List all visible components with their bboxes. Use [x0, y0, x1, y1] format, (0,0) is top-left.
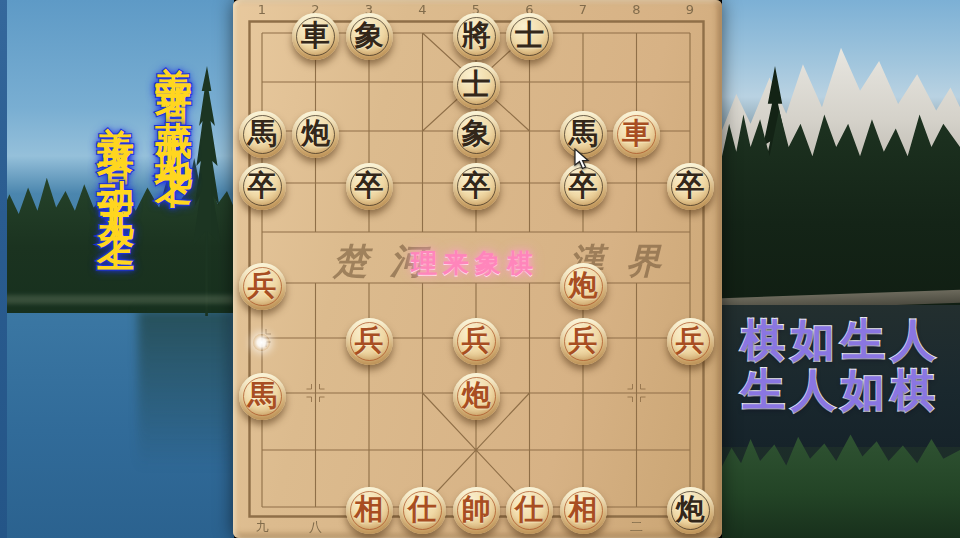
quote-text: 动于九天之上 [94, 151, 138, 217]
piece-glyph: 帥 [462, 495, 491, 524]
piece-glyph: 相 [355, 495, 384, 524]
mouse-cursor [574, 148, 592, 172]
piece-red-elephant[interactable]: 相 [346, 487, 393, 534]
piece-black-horse[interactable]: 馬 [239, 111, 286, 158]
piece-glyph: 兵 [248, 271, 277, 300]
piece-glyph: 仕 [515, 495, 544, 524]
piece-glyph: 卒 [676, 171, 705, 200]
piece-glyph: 卒 [355, 171, 384, 200]
piece-glyph: 相 [569, 495, 598, 524]
piece-black-soldier[interactable]: 卒 [453, 163, 500, 210]
piece-glyph: 馬 [248, 381, 277, 410]
piece-glyph: 卒 [462, 171, 491, 200]
xiangqi-board[interactable]: 楚河 理来象棋 漢界 123456789 九八七六五四三二一 車象將士士馬炮象馬… [233, 0, 722, 538]
piece-glyph: 炮 [301, 119, 330, 148]
file-label-top: 4 [412, 2, 434, 17]
piece-glyph: 馬 [569, 119, 598, 148]
lake-shoreline [0, 295, 234, 304]
piece-glyph: 象 [462, 119, 491, 148]
piece-glyph: 炮 [569, 271, 598, 300]
piece-red-soldier[interactable]: 兵 [560, 318, 607, 365]
piece-black-elephant[interactable]: 象 [453, 111, 500, 158]
left-edge-stripe [0, 0, 7, 538]
quote-text: 善守者 [152, 36, 196, 91]
piece-red-soldier[interactable]: 兵 [453, 318, 500, 365]
file-label-bottom: 九 [251, 518, 273, 536]
app-watermark: 理来象棋 [411, 246, 539, 281]
piece-red-soldier[interactable]: 兵 [346, 318, 393, 365]
file-label-top: 7 [572, 2, 594, 17]
piece-red-horse[interactable]: 馬 [239, 373, 286, 420]
piece-red-cannon[interactable]: 炮 [560, 263, 607, 310]
background-photo-right [722, 0, 960, 538]
left-quote-column-2: 善攻者动于九天之上 [91, 96, 141, 217]
xiangqi-app-screen: 楚河 理来象棋 漢界 123456789 九八七六五四三二一 車象將士士馬炮象馬… [0, 0, 960, 538]
piece-black-advisor[interactable]: 士 [453, 62, 500, 109]
piece-red-elephant[interactable]: 相 [560, 487, 607, 534]
piece-glyph: 兵 [462, 326, 491, 355]
piece-glyph: 炮 [676, 495, 705, 524]
piece-glyph: 兵 [676, 326, 705, 355]
piece-black-soldier[interactable]: 卒 [667, 163, 714, 210]
piece-red-cannon[interactable]: 炮 [453, 373, 500, 420]
piece-glyph: 兵 [355, 326, 384, 355]
file-label-top: 9 [679, 2, 701, 17]
piece-glyph: 士 [515, 21, 544, 50]
piece-red-chariot[interactable]: 車 [613, 111, 660, 158]
quote-text: 善攻者 [94, 96, 138, 151]
piece-red-advisor[interactable]: 仕 [399, 487, 446, 534]
tree-reflection [138, 310, 234, 470]
piece-glyph: 馬 [248, 119, 277, 148]
piece-glyph: 士 [462, 70, 491, 99]
left-quote-column-1: 善守者藏于九地之下 [149, 36, 199, 157]
file-label-top: 8 [626, 2, 648, 17]
piece-black-elephant[interactable]: 象 [346, 13, 393, 60]
piece-glyph: 車 [622, 119, 651, 148]
file-label-bottom: 八 [305, 518, 327, 536]
quote-text: 藏于九地之下 [152, 91, 196, 157]
piece-glyph: 卒 [248, 171, 277, 200]
piece-glyph: 炮 [462, 381, 491, 410]
last-move-sparkle [253, 334, 270, 351]
piece-black-cannon[interactable]: 炮 [667, 487, 714, 534]
piece-red-general[interactable]: 帥 [453, 487, 500, 534]
piece-glyph: 象 [355, 21, 384, 50]
piece-red-soldier[interactable]: 兵 [239, 263, 286, 310]
right-quote-line-2: 生人如棋 [722, 366, 960, 414]
piece-black-general[interactable]: 將 [453, 13, 500, 60]
file-label-bottom: 二 [626, 518, 648, 536]
piece-black-advisor[interactable]: 士 [506, 13, 553, 60]
piece-black-cannon[interactable]: 炮 [292, 111, 339, 158]
piece-black-soldier[interactable]: 卒 [346, 163, 393, 210]
piece-red-advisor[interactable]: 仕 [506, 487, 553, 534]
piece-glyph: 卒 [569, 171, 598, 200]
piece-black-chariot[interactable]: 車 [292, 13, 339, 60]
piece-glyph: 仕 [408, 495, 437, 524]
piece-red-soldier[interactable]: 兵 [667, 318, 714, 365]
right-quote-line-1: 棋如生人 [722, 316, 960, 364]
piece-glyph: 車 [301, 21, 330, 50]
piece-black-soldier[interactable]: 卒 [239, 163, 286, 210]
piece-glyph: 將 [462, 21, 491, 50]
file-label-top: 1 [251, 2, 273, 17]
piece-glyph: 兵 [569, 326, 598, 355]
